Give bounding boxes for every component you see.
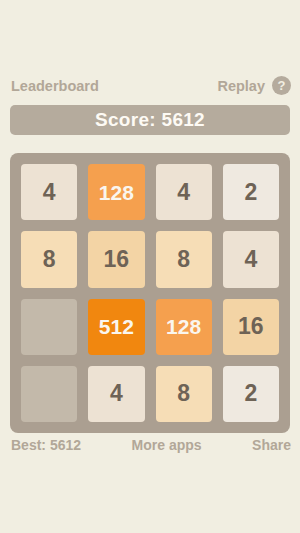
- tile-512: 512: [88, 299, 144, 355]
- top-bar: Leaderboard Replay ?: [11, 76, 291, 95]
- tile-8: 8: [156, 366, 212, 422]
- share-button[interactable]: Share: [252, 437, 291, 453]
- empty-cell: [21, 299, 77, 355]
- tile-8: 8: [21, 231, 77, 287]
- top-bar-right: Replay ?: [217, 76, 291, 95]
- tile-4: 4: [223, 231, 279, 287]
- board-grid[interactable]: 4128428168451212816482: [10, 153, 290, 433]
- tile-16: 16: [223, 299, 279, 355]
- score-text: Score: 5612: [95, 109, 205, 131]
- tile-128: 128: [88, 164, 144, 220]
- tile-4: 4: [88, 366, 144, 422]
- help-icon[interactable]: ?: [272, 76, 291, 95]
- tile-128: 128: [156, 299, 212, 355]
- tile-4: 4: [21, 164, 77, 220]
- tile-4: 4: [156, 164, 212, 220]
- more-apps-button[interactable]: More apps: [132, 437, 202, 453]
- replay-button[interactable]: Replay: [217, 78, 265, 94]
- tile-16: 16: [88, 231, 144, 287]
- empty-cell: [21, 366, 77, 422]
- score-bar: Score: 5612: [10, 105, 290, 135]
- leaderboard-button[interactable]: Leaderboard: [11, 78, 99, 94]
- bottom-bar: Best: 5612 More apps Share: [11, 437, 291, 453]
- 2048-app: Leaderboard Replay ? Score: 5612 4128428…: [0, 0, 300, 533]
- tile-2: 2: [223, 164, 279, 220]
- tile-2: 2: [223, 366, 279, 422]
- tile-8: 8: [156, 231, 212, 287]
- best-score-label: Best: 5612: [11, 437, 81, 453]
